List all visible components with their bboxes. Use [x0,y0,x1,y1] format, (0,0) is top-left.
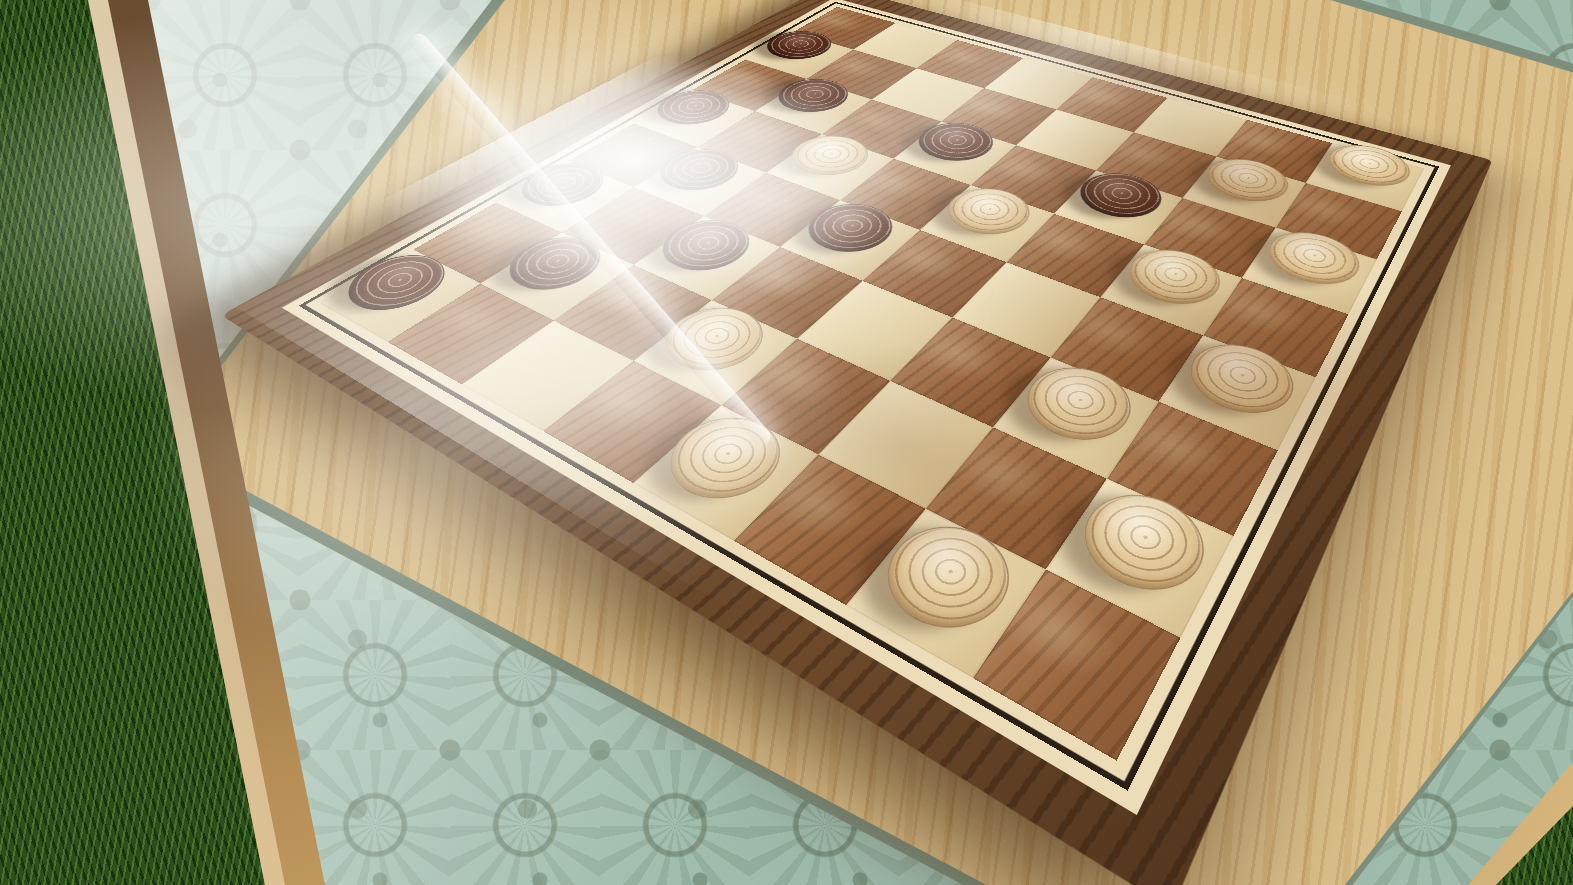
light-piece[interactable] [1256,223,1369,294]
dark-piece[interactable] [1066,165,1173,226]
light-piece[interactable] [1319,138,1418,194]
outdoor-scene [0,0,1573,885]
